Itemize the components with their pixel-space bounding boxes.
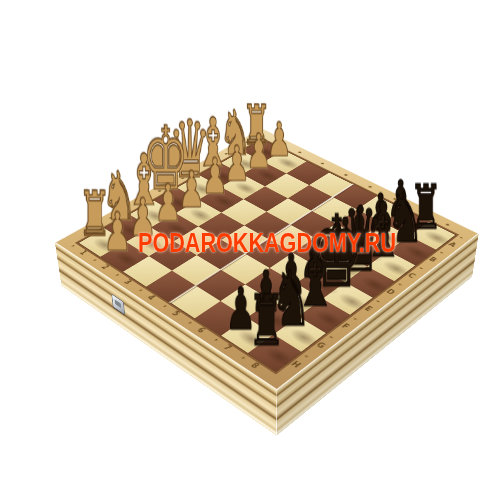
chess-set-photo: 12345678 ABCDEFGH ♜♟♟♜♞♟♟♞♝♟♟♝♛♟♟♛♚♟♟♚♝♟… bbox=[0, 0, 500, 500]
latch-plate bbox=[115, 299, 122, 308]
watermark-text: PODAROKKAGDOMY.RU bbox=[138, 228, 396, 259]
white-pawn-glyph: ♟ bbox=[246, 128, 271, 176]
white-pawn-glyph: ♟ bbox=[224, 140, 250, 189]
white-pawn-glyph: ♟ bbox=[154, 178, 181, 229]
white-pawn-glyph: ♟ bbox=[202, 152, 228, 201]
folding-chess-box: 12345678 ABCDEFGH ♜♟♟♜♞♟♟♞♝♟♟♝♛♟♟♛♚♟♟♚♝♟… bbox=[55, 128, 479, 390]
board-top: 12345678 ABCDEFGH ♜♟♟♜♞♟♟♞♝♟♟♝♛♟♟♛♚♟♟♚♝♟… bbox=[55, 128, 479, 390]
white-pawn-glyph: ♟ bbox=[103, 206, 131, 259]
white-pawn-glyph: ♟ bbox=[179, 165, 206, 215]
latch-clasp-icon bbox=[111, 293, 125, 315]
black-rook-glyph: ♜ bbox=[248, 286, 285, 356]
